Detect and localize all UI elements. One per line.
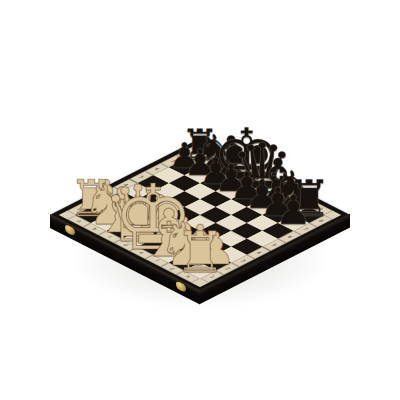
brass-clasp-right bbox=[176, 280, 186, 293]
brass-clasp-left bbox=[65, 224, 75, 237]
chess-set-photo: abcdefgh abcdefgh 87654321 87654321 ♜♞♝♚… bbox=[0, 0, 400, 400]
